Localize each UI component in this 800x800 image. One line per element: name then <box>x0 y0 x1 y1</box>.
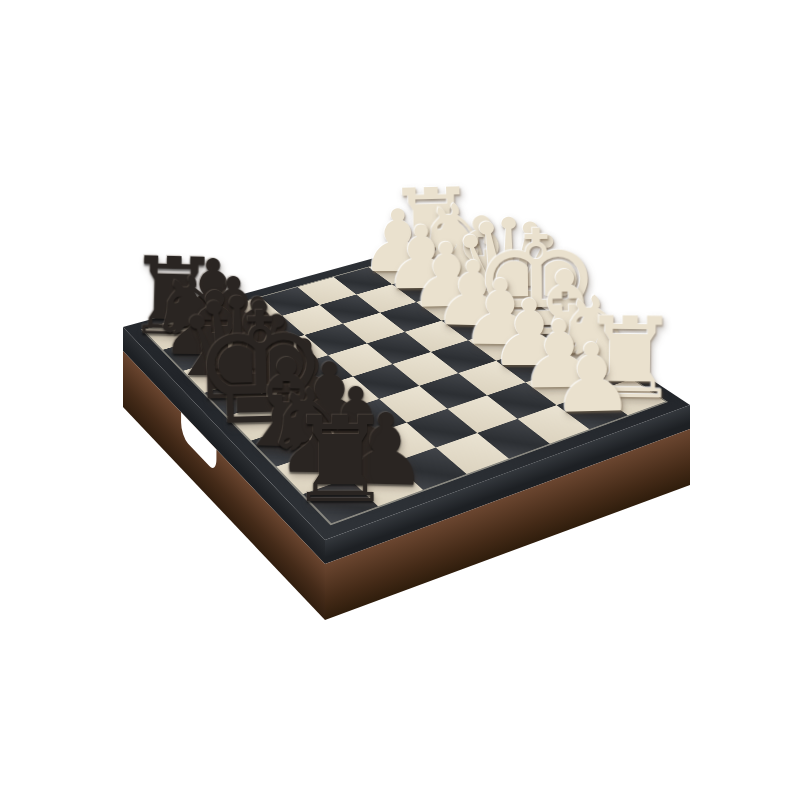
piece-black-rook-h8[interactable]: ♜ <box>281 401 400 520</box>
marble-chess-set-photo: ♜♞♝♛♚♝♞♜♟♟♟♟♟♟♟♟♜♞♝♛♚♝♞♜♟♟♟♟♟♟♟♟ <box>0 0 800 800</box>
pieces-layer: ♜♞♝♛♚♝♞♜♟♟♟♟♟♟♟♟♜♞♝♛♚♝♞♜♟♟♟♟♟♟♟♟ <box>0 0 800 800</box>
piece-white-pawn-h2[interactable]: ♟ <box>544 330 641 427</box>
